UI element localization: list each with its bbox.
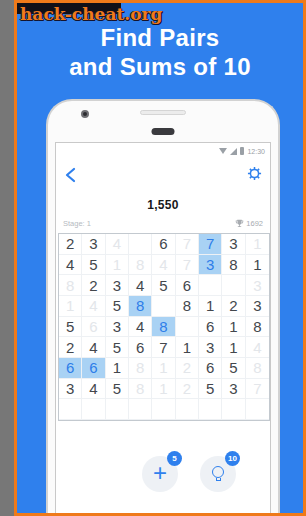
grid-cell-r8c6[interactable]: 2 [176,379,199,400]
grid-cell-r7c8[interactable]: 5 [222,358,245,379]
grid-cell-r9c5[interactable] [152,399,175,420]
add-numbers-badge: 5 [167,451,182,466]
grid-cell-r4c8[interactable]: 2 [222,296,245,317]
grid-cell-r8c4[interactable]: 8 [129,379,152,400]
grid-cell-r5c3[interactable]: 3 [106,317,129,338]
grid-cell-r5c5[interactable]: 8 [152,317,175,338]
grid-cell-r4c7[interactable]: 1 [199,296,222,317]
banner-title-line2: and Sums of 10 [17,52,303,81]
grid-cell-r6c5[interactable]: 7 [152,337,175,358]
grid-cell-r8c8[interactable]: 3 [222,379,245,400]
grid-cell-r9c2[interactable] [82,399,105,420]
grid-cell-r8c9[interactable]: 7 [246,379,269,400]
grid-cell-r9c8[interactable] [222,399,245,420]
grid-cell-r2c2[interactable]: 5 [82,255,105,276]
score-value: 1,550 [56,198,270,212]
camera-dot-icon [81,110,89,118]
grid-cell-r5c9[interactable]: 8 [246,317,269,338]
grid-cell-r3c6[interactable]: 6 [176,275,199,296]
grid-cell-r8c7[interactable]: 5 [199,379,222,400]
grid-cell-r5c8[interactable]: 1 [222,317,245,338]
grid-cell-r7c4[interactable]: 8 [129,358,152,379]
hint-button[interactable]: 10 [200,456,236,492]
grid-cell-r7c5[interactable]: 1 [152,358,175,379]
grid-cell-r7c6[interactable]: 2 [176,358,199,379]
grid-cell-r1c2[interactable]: 3 [82,234,105,255]
battery-icon [240,147,244,155]
grid-cell-r8c1[interactable]: 3 [59,379,82,400]
earpiece-pill [152,128,175,135]
meta-row: Stage: 1 1692 [63,219,263,228]
grid-cell-r6c4[interactable]: 6 [129,337,152,358]
grid-cell-r1c5[interactable]: 6 [152,234,175,255]
grid-cell-r6c1[interactable]: 2 [59,337,82,358]
grid-cell-r2c5[interactable]: 4 [152,255,175,276]
status-bar: 12:30 [219,147,265,155]
grid-cell-r4c5[interactable] [152,296,175,317]
grid-cell-r3c2[interactable]: 2 [82,275,105,296]
grid-cell-r6c8[interactable]: 1 [222,337,245,358]
grid-cell-r6c6[interactable]: 1 [176,337,199,358]
grid-cell-r3c7[interactable] [199,275,222,296]
status-time: 12:30 [247,148,265,155]
grid-cell-r3c3[interactable]: 3 [106,275,129,296]
grid-cell-r7c1[interactable]: 6 [59,358,82,379]
settings-button[interactable] [247,166,262,181]
plus-icon: + [153,461,167,485]
lightbulb-icon [212,466,225,482]
grid-cell-r8c5[interactable]: 1 [152,379,175,400]
grid-cell-r3c1[interactable]: 8 [59,275,82,296]
grid-cell-r9c1[interactable] [59,399,82,420]
grid-cell-r1c6[interactable]: 7 [176,234,199,255]
trophy-score: 1692 [235,219,263,228]
grid-cell-r2c3[interactable]: 1 [106,255,129,276]
stage-label: Stage: 1 [63,219,91,228]
grid-cell-r9c9[interactable] [246,399,269,420]
gear-icon [247,166,262,181]
grid-cell-r1c4[interactable] [129,234,152,255]
grid-cell-r6c7[interactable]: 3 [199,337,222,358]
wifi-icon [219,148,227,154]
grid-cell-r9c3[interactable] [106,399,129,420]
grid-cell-r2c7[interactable]: 3 [199,255,222,276]
grid-cell-r7c9[interactable]: 8 [246,358,269,379]
trophy-count: 1692 [246,219,263,228]
grid-cell-r4c6[interactable]: 8 [176,296,199,317]
grid-cell-r4c4[interactable]: 8 [129,296,152,317]
grid-cell-r3c9[interactable]: 3 [246,275,269,296]
add-numbers-button[interactable]: + 5 [142,456,178,492]
grid-cell-r4c3[interactable]: 5 [106,296,129,317]
grid-cell-r6c9[interactable]: 4 [246,337,269,358]
grid-cell-r4c9[interactable]: 3 [246,296,269,317]
grid-cell-r3c5[interactable]: 5 [152,275,175,296]
signal-icon [230,148,237,155]
grid-cell-r1c7[interactable]: 7 [199,234,222,255]
grid-cell-r9c7[interactable] [199,399,222,420]
grid-cell-r6c2[interactable]: 4 [82,337,105,358]
back-button[interactable] [64,167,78,183]
grid-cell-r2c1[interactable]: 4 [59,255,82,276]
grid-cell-r8c2[interactable]: 4 [82,379,105,400]
banner-title-line1: Find Pairs [17,23,303,52]
grid-cell-r5c1[interactable]: 5 [59,317,82,338]
grid-cell-r5c7[interactable]: 6 [199,317,222,338]
grid-cell-r3c4[interactable]: 4 [129,275,152,296]
grid-cell-r4c2[interactable]: 4 [82,296,105,317]
grid-cell-r2c9[interactable]: 1 [246,255,269,276]
number-grid: 2346773145184738182345631458812356348618… [58,233,270,421]
grid-cell-r1c1[interactable]: 2 [59,234,82,255]
grid-cell-r6c3[interactable]: 5 [106,337,129,358]
grid-cell-r9c4[interactable] [129,399,152,420]
grid-cell-r7c3[interactable]: 1 [106,358,129,379]
grid-cell-r2c6[interactable]: 7 [176,255,199,276]
grid-cell-r2c4[interactable]: 8 [129,255,152,276]
screenshot-frame: hack-cheat.org Find Pairs and Sums of 10… [14,0,306,516]
back-chevron-icon [67,169,74,181]
grid-cell-r1c8[interactable]: 3 [222,234,245,255]
grid-cell-r9c6[interactable] [176,399,199,420]
phone-mockup: 12:30 1,550 Stage: 1 [46,99,280,516]
grid-cell-r7c2[interactable]: 6 [82,358,105,379]
grid-cell-r4c1[interactable]: 1 [59,296,82,317]
grid-cell-r5c4[interactable]: 4 [129,317,152,338]
grid-cell-r3c8[interactable] [222,275,245,296]
grid-cell-r8c3[interactable]: 5 [106,379,129,400]
grid-cell-r7c7[interactable]: 6 [199,358,222,379]
trophy-icon [235,219,244,228]
hint-badge: 10 [225,451,240,466]
grid-cell-r1c9[interactable]: 1 [246,234,269,255]
watermark-text: hack-cheat.org [20,4,162,24]
grid-cell-r5c6[interactable] [176,317,199,338]
grid-cell-r2c8[interactable]: 8 [222,255,245,276]
grid-cell-r1c3[interactable]: 4 [106,234,129,255]
banner-title: Find Pairs and Sums of 10 [17,23,303,81]
grid-cell-r5c2[interactable]: 6 [82,317,105,338]
speaker-slot [140,110,186,115]
app-screen: 12:30 1,550 Stage: 1 [55,142,271,516]
